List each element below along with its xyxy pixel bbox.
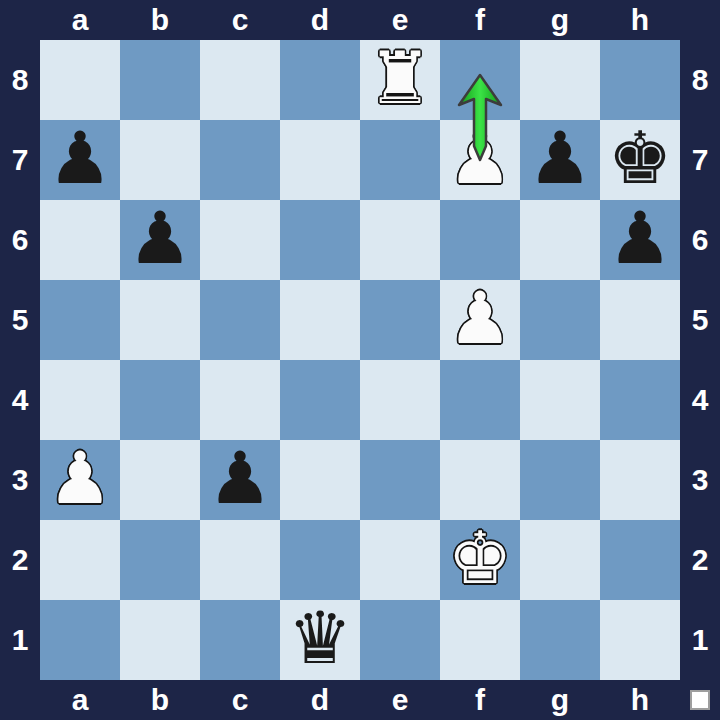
square-a5[interactable] — [40, 280, 120, 360]
square-h3[interactable] — [600, 440, 680, 520]
chess-board: abcdefgh8♜87♟♟♟♚76♟♟65♟5443♟♟32♚21♛1abcd… — [0, 0, 720, 720]
file-label-top-d: d — [280, 0, 360, 40]
rank-label-right-3: 3 — [680, 440, 720, 520]
square-g6[interactable] — [520, 200, 600, 280]
rank-label-right-8: 8 — [680, 40, 720, 120]
rank-label-left-6: 6 — [0, 200, 40, 280]
square-b5[interactable] — [120, 280, 200, 360]
rank-label-left-5: 5 — [0, 280, 40, 360]
square-b7[interactable] — [120, 120, 200, 200]
piece-white-rook-e8: ♜ — [368, 42, 433, 114]
piece-black-pawn-a7: ♟ — [48, 122, 113, 194]
square-a3[interactable]: ♟ — [40, 440, 120, 520]
corner-top-right — [680, 0, 720, 40]
file-label-bottom-e: e — [360, 680, 440, 720]
square-d5[interactable] — [280, 280, 360, 360]
piece-white-pawn-f7: ♟ — [448, 122, 513, 194]
file-label-top-e: e — [360, 0, 440, 40]
square-c2[interactable] — [200, 520, 280, 600]
square-c6[interactable] — [200, 200, 280, 280]
square-d2[interactable] — [280, 520, 360, 600]
file-label-top-b: b — [120, 0, 200, 40]
square-g2[interactable] — [520, 520, 600, 600]
rank-label-left-1: 1 — [0, 600, 40, 680]
square-e7[interactable] — [360, 120, 440, 200]
square-d4[interactable] — [280, 360, 360, 440]
square-f8[interactable] — [440, 40, 520, 120]
square-f5[interactable]: ♟ — [440, 280, 520, 360]
corner-bottom-left — [0, 680, 40, 720]
file-label-top-c: c — [200, 0, 280, 40]
rank-label-right-7: 7 — [680, 120, 720, 200]
square-e4[interactable] — [360, 360, 440, 440]
square-e6[interactable] — [360, 200, 440, 280]
rank-label-left-2: 2 — [0, 520, 40, 600]
rank-label-right-1: 1 — [680, 600, 720, 680]
square-e5[interactable] — [360, 280, 440, 360]
square-f4[interactable] — [440, 360, 520, 440]
square-g3[interactable] — [520, 440, 600, 520]
square-g5[interactable] — [520, 280, 600, 360]
piece-white-pawn-a3: ♟ — [48, 442, 113, 514]
file-label-bottom-c: c — [200, 680, 280, 720]
square-a7[interactable]: ♟ — [40, 120, 120, 200]
piece-white-king-f2: ♚ — [448, 522, 513, 594]
square-f3[interactable] — [440, 440, 520, 520]
square-g1[interactable] — [520, 600, 600, 680]
square-b6[interactable]: ♟ — [120, 200, 200, 280]
square-d3[interactable] — [280, 440, 360, 520]
piece-black-pawn-b6: ♟ — [128, 202, 193, 274]
square-h5[interactable] — [600, 280, 680, 360]
square-c4[interactable] — [200, 360, 280, 440]
square-c3[interactable]: ♟ — [200, 440, 280, 520]
square-a2[interactable] — [40, 520, 120, 600]
file-label-bottom-a: a — [40, 680, 120, 720]
file-label-top-f: f — [440, 0, 520, 40]
square-a6[interactable] — [40, 200, 120, 280]
square-b4[interactable] — [120, 360, 200, 440]
piece-black-king-h7: ♚ — [608, 122, 673, 194]
square-f6[interactable] — [440, 200, 520, 280]
file-label-top-h: h — [600, 0, 680, 40]
piece-black-pawn-c3: ♟ — [208, 442, 273, 514]
piece-black-queen-d1: ♛ — [288, 602, 353, 674]
piece-black-pawn-h6: ♟ — [608, 202, 673, 274]
rank-label-left-3: 3 — [0, 440, 40, 520]
square-g8[interactable] — [520, 40, 600, 120]
square-a1[interactable] — [40, 600, 120, 680]
file-label-bottom-g: g — [520, 680, 600, 720]
square-h2[interactable] — [600, 520, 680, 600]
piece-white-pawn-f5: ♟ — [448, 282, 513, 354]
square-g7[interactable]: ♟ — [520, 120, 600, 200]
rank-label-right-4: 4 — [680, 360, 720, 440]
rank-label-right-2: 2 — [680, 520, 720, 600]
square-h7[interactable]: ♚ — [600, 120, 680, 200]
file-label-top-a: a — [40, 0, 120, 40]
square-e2[interactable] — [360, 520, 440, 600]
file-label-bottom-b: b — [120, 680, 200, 720]
square-f2[interactable]: ♚ — [440, 520, 520, 600]
file-label-bottom-h: h — [600, 680, 680, 720]
square-d1[interactable]: ♛ — [280, 600, 360, 680]
square-e3[interactable] — [360, 440, 440, 520]
rank-label-right-5: 5 — [680, 280, 720, 360]
corner-bottom-right — [680, 680, 720, 720]
file-label-bottom-f: f — [440, 680, 520, 720]
square-c7[interactable] — [200, 120, 280, 200]
file-label-top-g: g — [520, 0, 600, 40]
corner-top-left — [0, 0, 40, 40]
square-f1[interactable] — [440, 600, 520, 680]
square-b3[interactable] — [120, 440, 200, 520]
square-e1[interactable] — [360, 600, 440, 680]
square-h1[interactable] — [600, 600, 680, 680]
rank-label-left-7: 7 — [0, 120, 40, 200]
square-g4[interactable] — [520, 360, 600, 440]
square-e8[interactable]: ♜ — [360, 40, 440, 120]
square-c8[interactable] — [200, 40, 280, 120]
square-b2[interactable] — [120, 520, 200, 600]
square-a8[interactable] — [40, 40, 120, 120]
piece-black-pawn-g7: ♟ — [528, 122, 593, 194]
rank-label-left-4: 4 — [0, 360, 40, 440]
square-b1[interactable] — [120, 600, 200, 680]
square-b8[interactable] — [120, 40, 200, 120]
square-c5[interactable] — [200, 280, 280, 360]
square-c1[interactable] — [200, 600, 280, 680]
square-a4[interactable] — [40, 360, 120, 440]
square-d7[interactable] — [280, 120, 360, 200]
square-h6[interactable]: ♟ — [600, 200, 680, 280]
rank-label-left-8: 8 — [0, 40, 40, 120]
square-f7[interactable]: ♟ — [440, 120, 520, 200]
square-h8[interactable] — [600, 40, 680, 120]
white-to-move-indicator — [690, 690, 710, 710]
square-d8[interactable] — [280, 40, 360, 120]
square-d6[interactable] — [280, 200, 360, 280]
rank-label-right-6: 6 — [680, 200, 720, 280]
file-label-bottom-d: d — [280, 680, 360, 720]
square-h4[interactable] — [600, 360, 680, 440]
